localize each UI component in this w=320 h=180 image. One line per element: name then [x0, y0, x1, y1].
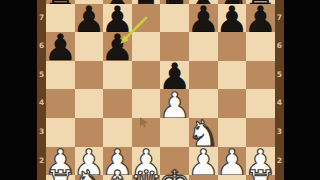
video-frame: ♜♝♛♚♝♞♜♟♟♟♟♟♟♟♟♟♞♟♟♟♟♟♟♟♜♞♝♛♚♜ 765432 76… [0, 0, 320, 180]
rank-label-5: 5 [37, 61, 46, 90]
square-h1[interactable]: ♜ [246, 175, 275, 180]
square-d1[interactable]: ♛ [132, 175, 161, 180]
rank-label-4: 4 [275, 89, 284, 118]
rank-label-7: 7 [37, 4, 46, 33]
square-h4[interactable] [246, 89, 275, 118]
square-e7[interactable] [160, 4, 189, 33]
square-e1[interactable]: ♚ [160, 175, 189, 180]
square-e4[interactable]: ♟ [160, 89, 189, 118]
rank-label-3: 3 [37, 118, 46, 147]
square-g4[interactable] [218, 89, 247, 118]
rank-label-3: 3 [275, 118, 284, 147]
rank-label-6: 6 [275, 32, 284, 61]
piece-white-king[interactable]: ♚ [160, 170, 189, 180]
square-f1[interactable] [189, 175, 218, 180]
piece-white-pawn[interactable]: ♟ [218, 149, 247, 178]
square-c5[interactable] [103, 61, 132, 90]
square-f7[interactable]: ♟ [189, 4, 218, 33]
square-b7[interactable]: ♟ [75, 4, 104, 33]
piece-black-pawn[interactable]: ♟ [75, 6, 104, 35]
piece-white-knight[interactable]: ♞ [75, 170, 104, 180]
square-c1[interactable]: ♝ [103, 175, 132, 180]
square-d5[interactable] [132, 61, 161, 90]
square-a4[interactable] [46, 89, 75, 118]
square-a5[interactable] [46, 61, 75, 90]
square-b1[interactable]: ♞ [75, 175, 104, 180]
square-h6[interactable] [246, 32, 275, 61]
square-f2[interactable]: ♟ [189, 147, 218, 176]
square-h7[interactable]: ♟ [246, 4, 275, 33]
square-g2[interactable]: ♟ [218, 147, 247, 176]
square-b6[interactable] [75, 32, 104, 61]
square-c6[interactable]: ♟ [103, 32, 132, 61]
piece-white-rook[interactable]: ♜ [46, 170, 75, 180]
piece-white-queen[interactable]: ♛ [132, 170, 161, 180]
rank-label-7: 7 [275, 4, 284, 33]
piece-black-pawn[interactable]: ♟ [103, 34, 132, 63]
rank-coordinates-right: 765432 [275, 0, 284, 180]
square-b4[interactable] [75, 89, 104, 118]
square-a1[interactable]: ♜ [46, 175, 75, 180]
square-c4[interactable] [103, 89, 132, 118]
square-a6[interactable]: ♟ [46, 32, 75, 61]
square-d6[interactable] [132, 32, 161, 61]
square-e3[interactable] [160, 118, 189, 147]
rank-label-6: 6 [37, 32, 46, 61]
square-g6[interactable] [218, 32, 247, 61]
piece-white-rook[interactable]: ♜ [246, 170, 275, 180]
piece-white-pawn[interactable]: ♟ [160, 91, 189, 120]
rank-label-5: 5 [275, 61, 284, 90]
square-g7[interactable]: ♟ [218, 4, 247, 33]
square-g5[interactable] [218, 61, 247, 90]
piece-black-pawn[interactable]: ♟ [46, 34, 75, 63]
square-h5[interactable] [246, 61, 275, 90]
square-d4[interactable] [132, 89, 161, 118]
piece-black-pawn[interactable]: ♟ [246, 6, 275, 35]
rank-label-2: 2 [37, 147, 46, 176]
rank-label-2: 2 [275, 147, 284, 176]
square-g1[interactable] [218, 175, 247, 180]
square-b5[interactable] [75, 61, 104, 90]
piece-white-pawn[interactable]: ♟ [189, 149, 218, 178]
square-f5[interactable] [189, 61, 218, 90]
piece-white-bishop[interactable]: ♝ [103, 170, 132, 180]
square-f6[interactable] [189, 32, 218, 61]
piece-black-pawn[interactable]: ♟ [218, 6, 247, 35]
piece-black-pawn[interactable]: ♟ [189, 6, 218, 35]
board-frame: ♜♝♛♚♝♞♜♟♟♟♟♟♟♟♟♟♞♟♟♟♟♟♟♟♜♞♝♛♚♜ 765432 76… [37, 0, 284, 180]
chess-board: ♜♝♛♚♝♞♜♟♟♟♟♟♟♟♟♟♞♟♟♟♟♟♟♟♜♞♝♛♚♜ [46, 0, 275, 180]
rank-label-4: 4 [37, 89, 46, 118]
square-d7[interactable] [132, 4, 161, 33]
rank-coordinates-left: 765432 [37, 0, 46, 180]
